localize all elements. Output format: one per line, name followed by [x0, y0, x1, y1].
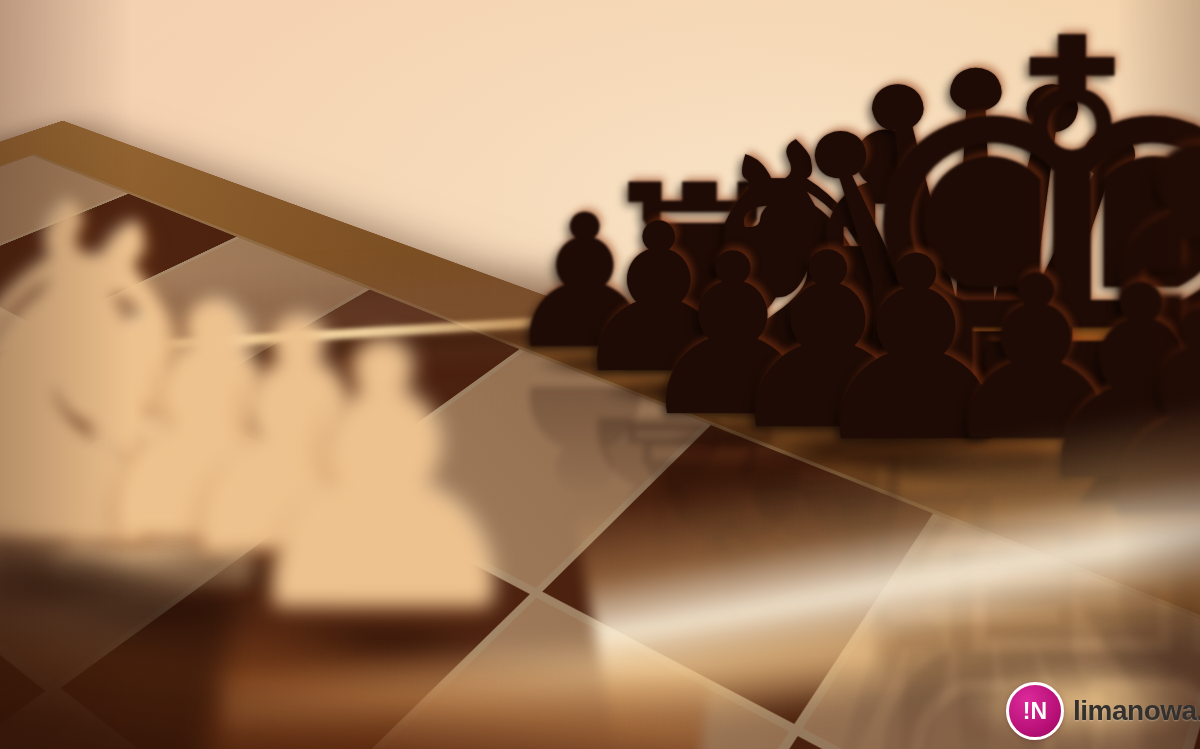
watermark-badge: !N	[1006, 682, 1064, 740]
watermark: !N limanowa.in	[1006, 682, 1200, 740]
chess-pieces-layer: ♜♜♞♞♝♝♛♛♚♚♝♝♟♟♟♟♟♟♟♟♟♟♟♟♟♟♟♟♜♞♟♟♟	[0, 0, 1200, 749]
white-pawn-c2: ♟	[219, 298, 545, 662]
watermark-badge-text: !N	[1023, 698, 1047, 725]
black-pawn-h7: ♟	[1077, 275, 1200, 554]
watermark-site-name: limanowa	[1073, 695, 1197, 726]
watermark-site-tld: .in	[1197, 695, 1200, 726]
watermark-site-text: limanowa.in	[1073, 695, 1200, 727]
photo-scene: ♜♜♞♞♝♝♛♛♚♚♝♝♟♟♟♟♟♟♟♟♟♟♟♟♟♟♟♟♜♞♟♟♟ !N lim…	[0, 0, 1200, 749]
